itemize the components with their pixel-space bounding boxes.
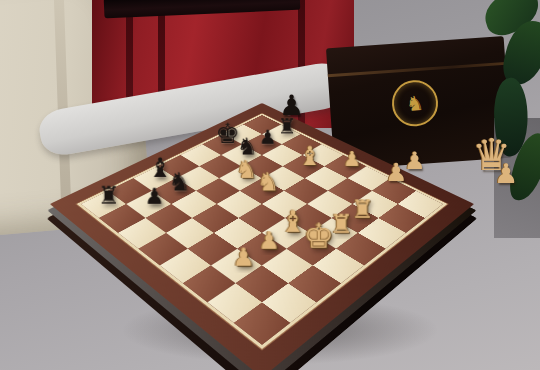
potted-plant bbox=[466, 0, 540, 232]
piece-white-pawn-h4[interactable]: ♟ bbox=[337, 149, 367, 169]
square-a8[interactable]: ♜ bbox=[81, 191, 126, 218]
piece-white-bishop-g5[interactable]: ♝ bbox=[295, 144, 325, 170]
gold-crest-icon: ♞ bbox=[390, 79, 439, 128]
captured-white-pawn-border-b: ♟ bbox=[404, 149, 426, 173]
piece-black-rook-a8[interactable]: ♜ bbox=[93, 184, 125, 208]
piece-black-pawn-b7[interactable]: ♟ bbox=[138, 186, 170, 208]
captured-white-pawn-table: ♟ bbox=[494, 160, 518, 187]
piece-white-knight-e5[interactable]: ♞ bbox=[253, 169, 284, 194]
captured-black-pawn-border: ♟ bbox=[279, 92, 304, 120]
piece-white-king-d2[interactable]: ♚ bbox=[301, 219, 336, 253]
photo-scene: ♞ ♜♝♚♟♞♞♟♜♞♞♝♟♟♟♝♚♜♜ ♛♟♟♟♟ bbox=[0, 0, 540, 370]
chair-seam bbox=[54, 0, 72, 207]
piece-white-pawn-b3[interactable]: ♟ bbox=[225, 245, 261, 270]
